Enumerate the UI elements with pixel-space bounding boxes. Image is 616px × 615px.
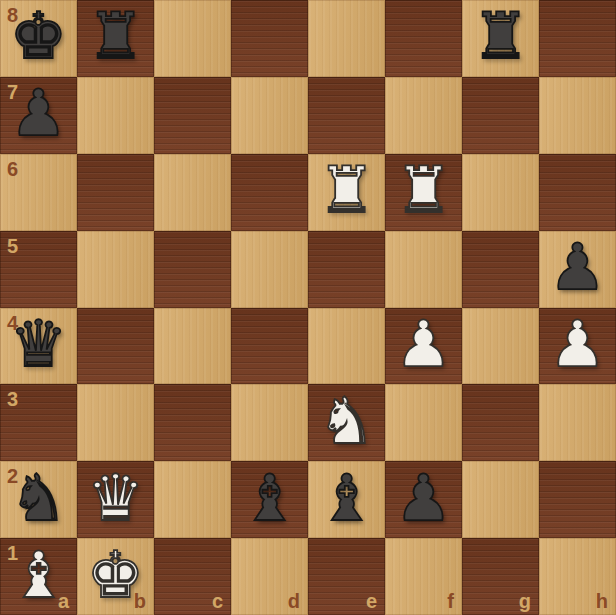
piece-black-pawn[interactable]: ♟ — [395, 466, 452, 530]
piece-white-rook[interactable]: ♜ — [395, 158, 452, 222]
square-b1[interactable]: b♚ — [77, 538, 154, 615]
square-b8[interactable]: ♜ — [77, 0, 154, 77]
piece-white-king[interactable]: ♚ — [87, 543, 144, 607]
rank-label-5: 5 — [7, 236, 18, 256]
square-h1[interactable]: h — [539, 538, 616, 615]
piece-black-bishop[interactable]: ♝ — [241, 466, 298, 530]
square-f3[interactable] — [385, 384, 462, 461]
piece-black-knight[interactable]: ♞ — [10, 466, 67, 530]
piece-black-queen[interactable]: ♛ — [10, 312, 67, 376]
piece-white-rook[interactable]: ♜ — [318, 158, 375, 222]
square-e7[interactable] — [308, 77, 385, 154]
rank-label-6: 6 — [7, 159, 18, 179]
square-a3[interactable]: 3 — [0, 384, 77, 461]
square-b5[interactable] — [77, 231, 154, 308]
square-a2[interactable]: 2♞ — [0, 461, 77, 538]
chess-board-window: 8♚♜♜7♟6♜♜5♟4♛♟♟3♞2♞♛♝♝♟1a♝b♚cdefgh — [0, 0, 616, 615]
square-d3[interactable] — [231, 384, 308, 461]
square-h4[interactable]: ♟ — [539, 308, 616, 385]
square-a4[interactable]: 4♛ — [0, 308, 77, 385]
square-e1[interactable]: e — [308, 538, 385, 615]
square-c3[interactable] — [154, 384, 231, 461]
square-b7[interactable] — [77, 77, 154, 154]
square-b2[interactable]: ♛ — [77, 461, 154, 538]
file-label-c: c — [212, 591, 223, 611]
square-f4[interactable]: ♟ — [385, 308, 462, 385]
square-d1[interactable]: d — [231, 538, 308, 615]
square-g4[interactable] — [462, 308, 539, 385]
square-c8[interactable] — [154, 0, 231, 77]
square-c2[interactable] — [154, 461, 231, 538]
piece-black-pawn[interactable]: ♟ — [549, 235, 606, 299]
square-d2[interactable]: ♝ — [231, 461, 308, 538]
square-g5[interactable] — [462, 231, 539, 308]
square-a8[interactable]: 8♚ — [0, 0, 77, 77]
square-h8[interactable] — [539, 0, 616, 77]
square-f6[interactable]: ♜ — [385, 154, 462, 231]
square-a7[interactable]: 7♟ — [0, 77, 77, 154]
file-label-f: f — [447, 591, 454, 611]
piece-black-rook[interactable]: ♜ — [87, 4, 144, 68]
square-c1[interactable]: c — [154, 538, 231, 615]
square-a6[interactable]: 6 — [0, 154, 77, 231]
square-h3[interactable] — [539, 384, 616, 461]
file-label-d: d — [288, 591, 300, 611]
square-g1[interactable]: g — [462, 538, 539, 615]
piece-black-king[interactable]: ♚ — [10, 4, 67, 68]
piece-white-bishop[interactable]: ♝ — [10, 543, 67, 607]
square-b6[interactable] — [77, 154, 154, 231]
square-e6[interactable]: ♜ — [308, 154, 385, 231]
square-e2[interactable]: ♝ — [308, 461, 385, 538]
square-c7[interactable] — [154, 77, 231, 154]
square-g8[interactable]: ♜ — [462, 0, 539, 77]
chess-board: 8♚♜♜7♟6♜♜5♟4♛♟♟3♞2♞♛♝♝♟1a♝b♚cdefgh — [0, 0, 616, 615]
square-c6[interactable] — [154, 154, 231, 231]
square-c5[interactable] — [154, 231, 231, 308]
square-d6[interactable] — [231, 154, 308, 231]
square-g2[interactable] — [462, 461, 539, 538]
square-c4[interactable] — [154, 308, 231, 385]
square-h6[interactable] — [539, 154, 616, 231]
rank-label-3: 3 — [7, 389, 18, 409]
square-g3[interactable] — [462, 384, 539, 461]
piece-black-pawn[interactable]: ♟ — [10, 81, 67, 145]
square-f5[interactable] — [385, 231, 462, 308]
square-e3[interactable]: ♞ — [308, 384, 385, 461]
square-d5[interactable] — [231, 231, 308, 308]
file-label-e: e — [366, 591, 377, 611]
square-h7[interactable] — [539, 77, 616, 154]
square-d8[interactable] — [231, 0, 308, 77]
square-g7[interactable] — [462, 77, 539, 154]
square-a1[interactable]: 1a♝ — [0, 538, 77, 615]
square-f8[interactable] — [385, 0, 462, 77]
file-label-g: g — [519, 591, 531, 611]
file-label-h: h — [596, 591, 608, 611]
piece-white-knight[interactable]: ♞ — [318, 389, 375, 453]
square-a5[interactable]: 5 — [0, 231, 77, 308]
square-b4[interactable] — [77, 308, 154, 385]
square-e4[interactable] — [308, 308, 385, 385]
square-d7[interactable] — [231, 77, 308, 154]
square-b3[interactable] — [77, 384, 154, 461]
piece-white-pawn[interactable]: ♟ — [395, 312, 452, 376]
piece-white-queen[interactable]: ♛ — [87, 466, 144, 530]
square-f2[interactable]: ♟ — [385, 461, 462, 538]
square-e5[interactable] — [308, 231, 385, 308]
square-f1[interactable]: f — [385, 538, 462, 615]
square-f7[interactable] — [385, 77, 462, 154]
piece-black-rook[interactable]: ♜ — [472, 4, 529, 68]
piece-white-pawn[interactable]: ♟ — [549, 312, 606, 376]
square-g6[interactable] — [462, 154, 539, 231]
square-d4[interactable] — [231, 308, 308, 385]
piece-black-bishop[interactable]: ♝ — [318, 466, 375, 530]
square-h2[interactable] — [539, 461, 616, 538]
square-e8[interactable] — [308, 0, 385, 77]
square-h5[interactable]: ♟ — [539, 231, 616, 308]
